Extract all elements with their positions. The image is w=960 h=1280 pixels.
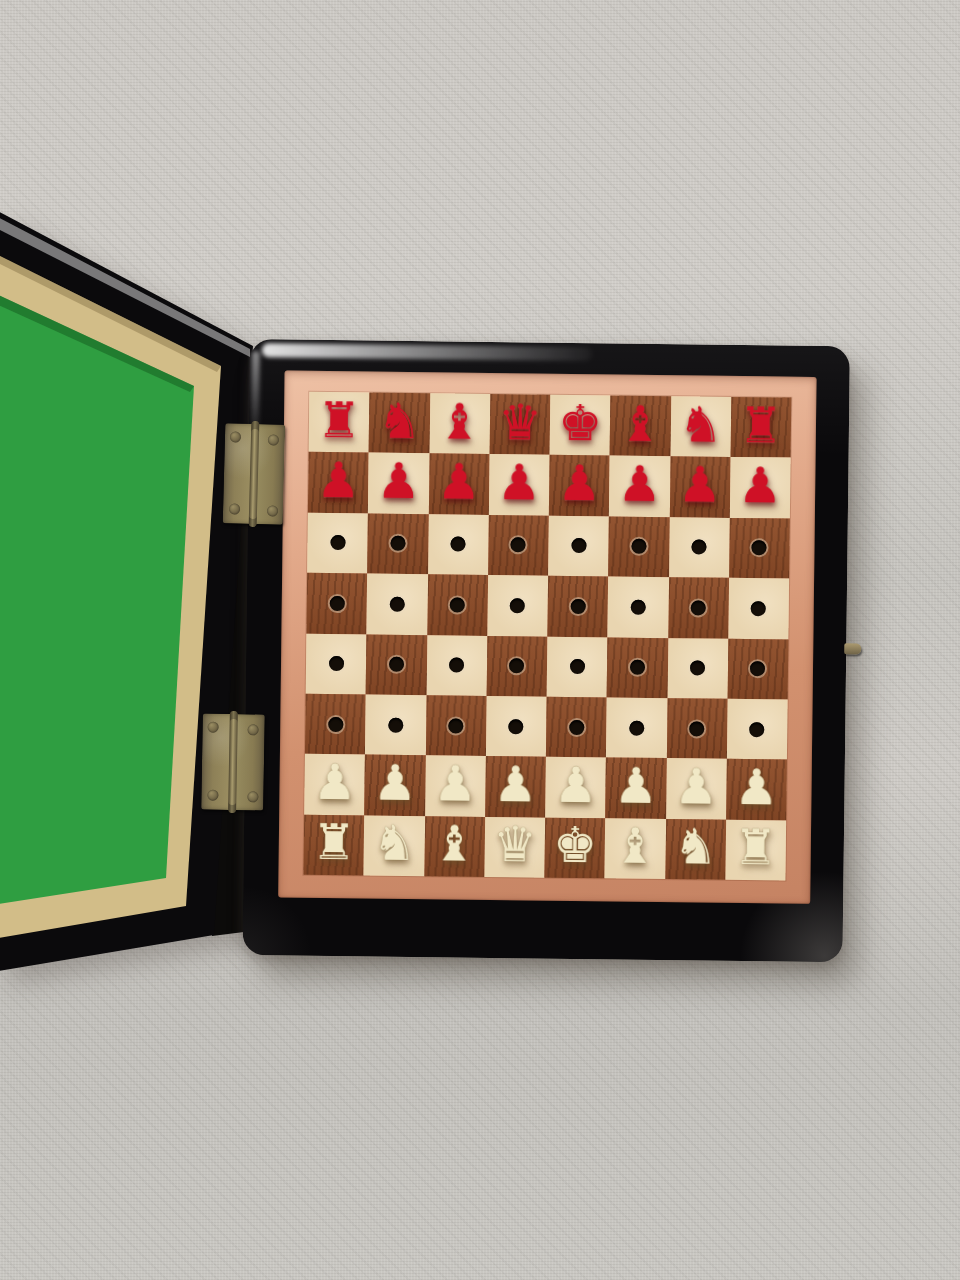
piece-red-knight-b8: ♞ [377, 396, 422, 446]
piece-white-pawn-f2: ♟ [614, 761, 659, 811]
square-h7: ♟ [730, 457, 791, 518]
square-e1: ♚ [544, 817, 605, 878]
piece-red-pawn-d7: ♟ [497, 458, 542, 508]
peg-hole [571, 538, 586, 553]
square-f2: ♟ [605, 758, 666, 819]
peg-hole [570, 659, 585, 674]
square-g3 [666, 698, 727, 759]
hinge-bottom [201, 713, 265, 810]
square-b7: ♟ [368, 453, 429, 514]
hinge-screw [229, 503, 240, 514]
peg-hole [750, 722, 765, 737]
piece-white-queen-d1: ♛ [492, 820, 537, 870]
square-a2: ♟ [304, 754, 365, 815]
square-a5 [306, 573, 367, 634]
square-c3 [425, 695, 486, 756]
peg-hole [390, 597, 405, 612]
peg-hole [692, 540, 707, 555]
square-b8: ♞ [369, 392, 430, 453]
square-b2: ♟ [364, 755, 425, 816]
square-d1: ♛ [484, 817, 545, 878]
square-g2: ♟ [666, 758, 727, 819]
piece-white-pawn-e2: ♟ [553, 761, 598, 811]
square-e3 [546, 697, 607, 758]
square-f8: ♝ [610, 395, 671, 456]
square-c6 [428, 514, 489, 575]
peg-hole [449, 658, 464, 673]
square-d4 [486, 635, 547, 696]
square-d6 [488, 515, 549, 576]
peg-hole [690, 661, 705, 676]
square-f5 [608, 577, 669, 638]
square-a7: ♟ [308, 452, 369, 513]
lacquer-reflection [262, 343, 592, 361]
peg-hole [509, 658, 524, 673]
piece-red-pawn-h7: ♟ [738, 461, 783, 511]
square-h5 [728, 578, 789, 639]
square-d5 [487, 575, 548, 636]
square-a8: ♜ [309, 392, 370, 453]
square-b5 [367, 574, 428, 635]
hinge-top [223, 423, 286, 525]
piece-white-bishop-f1: ♝ [613, 822, 658, 872]
peg-hole [329, 656, 344, 671]
square-g7: ♟ [669, 457, 730, 518]
peg-hole [631, 599, 646, 614]
square-d2: ♟ [485, 756, 546, 817]
peg-hole [509, 719, 524, 734]
square-b3 [365, 694, 426, 755]
square-h6 [729, 518, 790, 579]
square-c8: ♝ [429, 393, 490, 454]
hinge-knuckle [249, 421, 260, 527]
hinge-screw [208, 722, 219, 733]
hinge-screw [247, 724, 258, 735]
peg-hole [511, 538, 526, 553]
travel-chess-set-photo: ♜♞♝♛♚♝♞♜♟♟♟♟♟♟♟♟♟♟♟♟♟♟♟♟♜♞♝♛♚♝♞♜ [0, 0, 960, 1280]
peg-hole [448, 718, 463, 733]
peg-hole [691, 600, 706, 615]
piece-red-pawn-e7: ♟ [557, 459, 602, 509]
square-g8: ♞ [670, 396, 731, 457]
square-f4 [607, 637, 668, 698]
piece-white-pawn-d2: ♟ [493, 760, 538, 810]
square-b4 [366, 634, 427, 695]
square-a3 [305, 694, 366, 755]
hinge-screw [207, 790, 218, 801]
piece-white-pawn-c2: ♟ [433, 759, 478, 809]
peg-hole [390, 536, 405, 551]
square-e8: ♚ [550, 395, 611, 456]
piece-white-rook-h1: ♜ [733, 823, 778, 873]
square-d7: ♟ [489, 454, 550, 515]
square-c2: ♟ [425, 755, 486, 816]
board-margin: ♜♞♝♛♚♝♞♜♟♟♟♟♟♟♟♟♟♟♟♟♟♟♟♟♜♞♝♛♚♝♞♜ [278, 370, 816, 903]
piece-white-pawn-a2: ♟ [312, 758, 357, 808]
lid-felt [0, 292, 194, 905]
piece-red-rook-a8: ♜ [317, 396, 362, 446]
square-h2: ♟ [726, 759, 787, 820]
peg-hole [570, 599, 585, 614]
peg-hole [450, 597, 465, 612]
square-h1: ♜ [725, 819, 786, 880]
piece-white-rook-a1: ♜ [312, 818, 357, 868]
square-g6 [669, 517, 730, 578]
square-e2: ♟ [545, 757, 606, 818]
peg-hole [631, 539, 646, 554]
square-a1: ♜ [303, 814, 364, 875]
square-e4 [547, 636, 608, 697]
hinge-screw [247, 791, 258, 802]
square-b1: ♞ [364, 815, 425, 876]
peg-hole [388, 717, 403, 732]
peg-hole [629, 720, 644, 735]
square-g1: ♞ [665, 819, 726, 880]
piece-red-pawn-a7: ♟ [316, 456, 361, 506]
piece-red-queen-d8: ♛ [498, 398, 543, 448]
square-h4 [727, 638, 788, 699]
square-g4 [667, 638, 728, 699]
peg-hole [389, 657, 404, 672]
piece-white-king-e1: ♚ [553, 821, 598, 871]
square-e6 [548, 515, 609, 576]
hinge-knuckle [228, 711, 238, 813]
piece-white-knight-b1: ♞ [372, 819, 417, 869]
piece-white-pawn-b2: ♟ [373, 758, 418, 808]
square-f1: ♝ [605, 818, 666, 879]
peg-hole [689, 721, 704, 736]
piece-red-pawn-f7: ♟ [617, 460, 662, 510]
peg-hole [451, 537, 466, 552]
piece-red-pawn-c7: ♟ [437, 457, 482, 507]
piece-white-bishop-c1: ♝ [432, 820, 477, 870]
piece-red-knight-g8: ♞ [678, 400, 723, 450]
square-f7: ♟ [609, 456, 670, 517]
square-g5 [668, 577, 729, 638]
piece-white-knight-g1: ♞ [673, 823, 718, 873]
peg-hole [329, 596, 344, 611]
square-b6 [367, 513, 428, 574]
square-e5 [547, 576, 608, 637]
piece-red-pawn-g7: ♟ [678, 460, 723, 510]
square-c5 [427, 574, 488, 635]
piece-red-pawn-b7: ♟ [376, 457, 421, 507]
peg-hole [569, 719, 584, 734]
hinge-screw [267, 505, 278, 516]
peg-hole [752, 541, 767, 556]
piece-red-king-e8: ♚ [558, 398, 603, 448]
peg-hole [751, 601, 766, 616]
square-c1: ♝ [424, 816, 485, 877]
piece-white-pawn-h2: ♟ [734, 763, 779, 813]
hinge-screw [268, 434, 279, 445]
piece-red-bishop-f8: ♝ [618, 399, 663, 449]
piece-red-bishop-c8: ♝ [437, 397, 482, 447]
peg-hole [328, 717, 343, 732]
square-a4 [306, 633, 367, 694]
square-d8: ♛ [489, 394, 550, 455]
square-d3 [486, 696, 547, 757]
square-f6 [608, 516, 669, 577]
peg-hole [750, 661, 765, 676]
peg-hole [510, 598, 525, 613]
square-f3 [606, 697, 667, 758]
peg-hole [630, 660, 645, 675]
hinge-screw [230, 431, 241, 442]
board-box: ♜♞♝♛♚♝♞♜♟♟♟♟♟♟♟♟♟♟♟♟♟♟♟♟♜♞♝♛♚♝♞♜ [242, 339, 849, 962]
square-a6 [307, 512, 368, 573]
piece-white-pawn-g2: ♟ [674, 762, 719, 812]
square-c7: ♟ [428, 454, 489, 515]
square-h8: ♜ [730, 397, 791, 458]
square-c4 [426, 635, 487, 696]
peg-hole [330, 535, 345, 550]
square-e7: ♟ [549, 455, 610, 516]
square-h3 [727, 699, 788, 760]
piece-red-rook-h8: ♜ [739, 401, 784, 451]
chessboard: ♜♞♝♛♚♝♞♜♟♟♟♟♟♟♟♟♟♟♟♟♟♟♟♟♜♞♝♛♚♝♞♜ [303, 392, 791, 881]
clasp-pin [844, 643, 861, 654]
